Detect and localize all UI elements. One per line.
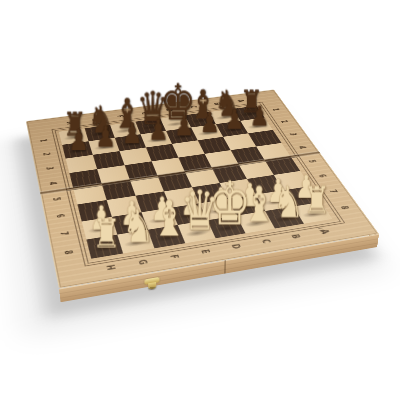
light-rook-glyph: ♜ <box>79 214 134 254</box>
product-photo-scene: HGFEDCBAHGFEDCBA1234567812345678 ♜♞♝♛♚♝♞… <box>0 0 400 400</box>
light-rook-h8: ♜ <box>86 235 123 259</box>
brass-clasp-icon <box>144 277 159 285</box>
box-halves-seam-front <box>224 260 225 274</box>
chess-box: HGFEDCBAHGFEDCBA1234567812345678 ♜♞♝♛♚♝♞… <box>26 90 379 289</box>
